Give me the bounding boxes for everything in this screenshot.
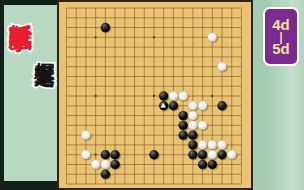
black-stone (169, 101, 178, 110)
white-stone (81, 130, 90, 139)
bottom-dark-bar (0, 181, 57, 190)
video-frame: 斩断实战恶手 探索棋之正道 4d | 5d (0, 0, 304, 190)
white-stone (188, 111, 197, 120)
rank-badge-bottom: 5d (272, 41, 290, 56)
star-point (95, 36, 97, 38)
white-stone (188, 121, 197, 130)
white-stone (91, 160, 100, 169)
black-stone (178, 130, 187, 139)
black-stone (188, 130, 197, 139)
white-stone (208, 140, 217, 149)
black-stone (110, 150, 119, 159)
black-stone (159, 91, 168, 100)
black-stone (198, 160, 207, 169)
black-stone (149, 150, 158, 159)
star-point (153, 95, 155, 97)
black-stone (198, 150, 207, 159)
left-banner-panel: 斩断实战恶手 探索棋之正道 (0, 0, 57, 190)
white-stone (227, 150, 236, 159)
banner-title-secondary: 探索棋之正道 (33, 46, 56, 52)
rank-badge: 4d | 5d (263, 7, 299, 66)
black-stone (217, 150, 226, 159)
white-stone (178, 91, 187, 100)
black-stone (101, 23, 110, 32)
white-stone (217, 62, 226, 71)
white-stone (198, 121, 207, 130)
white-stone (169, 91, 178, 100)
white-stone (188, 101, 197, 110)
black-stone (110, 160, 119, 169)
left-edge-strip (0, 0, 4, 190)
black-stone (101, 150, 110, 159)
star-point (95, 95, 97, 97)
go-board (57, 0, 253, 190)
black-stone (178, 111, 187, 120)
black-stone (178, 121, 187, 130)
black-stone (188, 150, 197, 159)
go-board-svg (59, 2, 251, 188)
white-stone (198, 140, 207, 149)
black-stone (217, 101, 226, 110)
white-stone (208, 150, 217, 159)
black-stone (188, 140, 197, 149)
star-point (153, 36, 155, 38)
black-stone (101, 170, 110, 179)
black-stone (208, 160, 217, 169)
star-point (95, 154, 97, 156)
banner-title-primary: 斩断实战恶手 (7, 5, 34, 11)
star-point (211, 95, 213, 97)
white-stone (101, 160, 110, 169)
white-stone (81, 150, 90, 159)
white-stone (208, 33, 217, 42)
rank-badge-separator: | (279, 31, 282, 42)
white-stone (198, 101, 207, 110)
white-stone (217, 140, 226, 149)
